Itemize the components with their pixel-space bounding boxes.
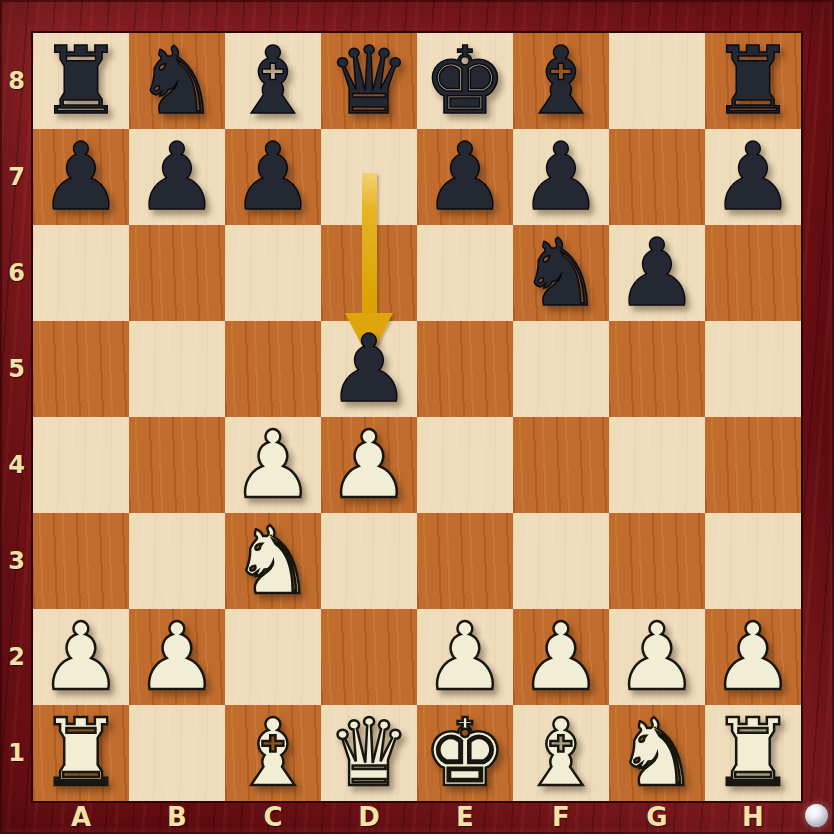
square-f1[interactable]: ♝ [513,705,609,801]
white-pawn[interactable]: ♟ [33,609,129,705]
white-pawn[interactable]: ♟ [129,609,225,705]
square-d5[interactable]: ♟ [321,321,417,417]
black-pawn[interactable]: ♟ [417,129,513,225]
rank-label-2: 2 [0,609,33,705]
square-b8[interactable]: ♞ [129,33,225,129]
square-c5[interactable] [225,321,321,417]
square-e5[interactable] [417,321,513,417]
white-bishop[interactable]: ♝ [225,705,321,801]
square-f3[interactable] [513,513,609,609]
square-g5[interactable] [609,321,705,417]
square-d8[interactable]: ♛ [321,33,417,129]
square-f4[interactable] [513,417,609,513]
square-c4[interactable]: ♟ [225,417,321,513]
square-f5[interactable] [513,321,609,417]
square-c8[interactable]: ♝ [225,33,321,129]
square-h1[interactable]: ♜ [705,705,801,801]
white-pawn[interactable]: ♟ [609,609,705,705]
white-queen[interactable]: ♛ [321,705,417,801]
black-bishop[interactable]: ♝ [225,33,321,129]
square-e7[interactable]: ♟ [417,129,513,225]
square-e2[interactable]: ♟ [417,609,513,705]
square-f6[interactable]: ♞ [513,225,609,321]
square-e6[interactable] [417,225,513,321]
square-e8[interactable]: ♚ [417,33,513,129]
white-knight[interactable]: ♞ [225,513,321,609]
black-rook[interactable]: ♜ [705,33,801,129]
square-c1[interactable]: ♝ [225,705,321,801]
white-knight[interactable]: ♞ [609,705,705,801]
rank-label-4: 4 [0,417,33,513]
square-d7[interactable] [321,129,417,225]
square-f7[interactable]: ♟ [513,129,609,225]
white-rook[interactable]: ♜ [33,705,129,801]
rank-label-7: 7 [0,129,33,225]
black-king[interactable]: ♚ [417,33,513,129]
rank-label-1: 1 [0,705,33,801]
glossy-ball-ornament [805,804,828,827]
rank-label-5: 5 [0,321,33,417]
black-pawn[interactable]: ♟ [513,129,609,225]
chess-app-window: ♜♞♝♛♚♝♜♟♟♟♟♟♟♞♟♟♟♟♞♟♟♟♟♟♟♜♝♛♚♝♞♜ 8765432… [0,0,834,834]
square-c7[interactable]: ♟ [225,129,321,225]
black-pawn[interactable]: ♟ [225,129,321,225]
square-b1[interactable] [129,705,225,801]
white-bishop[interactable]: ♝ [513,705,609,801]
square-b5[interactable] [129,321,225,417]
square-a3[interactable] [33,513,129,609]
white-pawn[interactable]: ♟ [705,609,801,705]
black-pawn[interactable]: ♟ [609,225,705,321]
rank-label-6: 6 [0,225,33,321]
black-rook[interactable]: ♜ [33,33,129,129]
black-pawn[interactable]: ♟ [33,129,129,225]
square-d1[interactable]: ♛ [321,705,417,801]
square-h3[interactable] [705,513,801,609]
square-e1[interactable]: ♚ [417,705,513,801]
square-c3[interactable]: ♞ [225,513,321,609]
square-h5[interactable] [705,321,801,417]
square-g4[interactable] [609,417,705,513]
square-b4[interactable] [129,417,225,513]
square-a8[interactable]: ♜ [33,33,129,129]
square-c2[interactable] [225,609,321,705]
square-b3[interactable] [129,513,225,609]
square-d3[interactable] [321,513,417,609]
square-g6[interactable]: ♟ [609,225,705,321]
square-a5[interactable] [33,321,129,417]
black-knight[interactable]: ♞ [513,225,609,321]
black-knight[interactable]: ♞ [129,33,225,129]
square-d4[interactable]: ♟ [321,417,417,513]
black-pawn[interactable]: ♟ [705,129,801,225]
chess-board[interactable]: ♜♞♝♛♚♝♜♟♟♟♟♟♟♞♟♟♟♟♞♟♟♟♟♟♟♜♝♛♚♝♞♜ [33,33,801,801]
black-pawn[interactable]: ♟ [129,129,225,225]
square-g7[interactable] [609,129,705,225]
square-h7[interactable]: ♟ [705,129,801,225]
white-pawn[interactable]: ♟ [513,609,609,705]
square-e3[interactable] [417,513,513,609]
square-g8[interactable] [609,33,705,129]
square-f8[interactable]: ♝ [513,33,609,129]
white-rook[interactable]: ♜ [705,705,801,801]
square-a7[interactable]: ♟ [33,129,129,225]
square-h4[interactable] [705,417,801,513]
white-pawn[interactable]: ♟ [321,417,417,513]
square-a4[interactable] [33,417,129,513]
white-pawn[interactable]: ♟ [417,609,513,705]
square-g3[interactable] [609,513,705,609]
square-c6[interactable] [225,225,321,321]
black-pawn[interactable]: ♟ [321,321,417,417]
white-pawn[interactable]: ♟ [225,417,321,513]
square-h8[interactable]: ♜ [705,33,801,129]
rank-label-3: 3 [0,513,33,609]
square-a2[interactable]: ♟ [33,609,129,705]
white-king[interactable]: ♚ [417,705,513,801]
square-h2[interactable]: ♟ [705,609,801,705]
black-queen[interactable]: ♛ [321,33,417,129]
file-label-B: B [129,801,225,834]
square-d6[interactable] [321,225,417,321]
square-b2[interactable]: ♟ [129,609,225,705]
square-h6[interactable] [705,225,801,321]
square-g1[interactable]: ♞ [609,705,705,801]
square-b6[interactable] [129,225,225,321]
rank-label-8: 8 [0,33,33,129]
square-g2[interactable]: ♟ [609,609,705,705]
square-d2[interactable] [321,609,417,705]
square-a6[interactable] [33,225,129,321]
black-bishop[interactable]: ♝ [513,33,609,129]
square-a1[interactable]: ♜ [33,705,129,801]
square-b7[interactable]: ♟ [129,129,225,225]
square-e4[interactable] [417,417,513,513]
square-f2[interactable]: ♟ [513,609,609,705]
